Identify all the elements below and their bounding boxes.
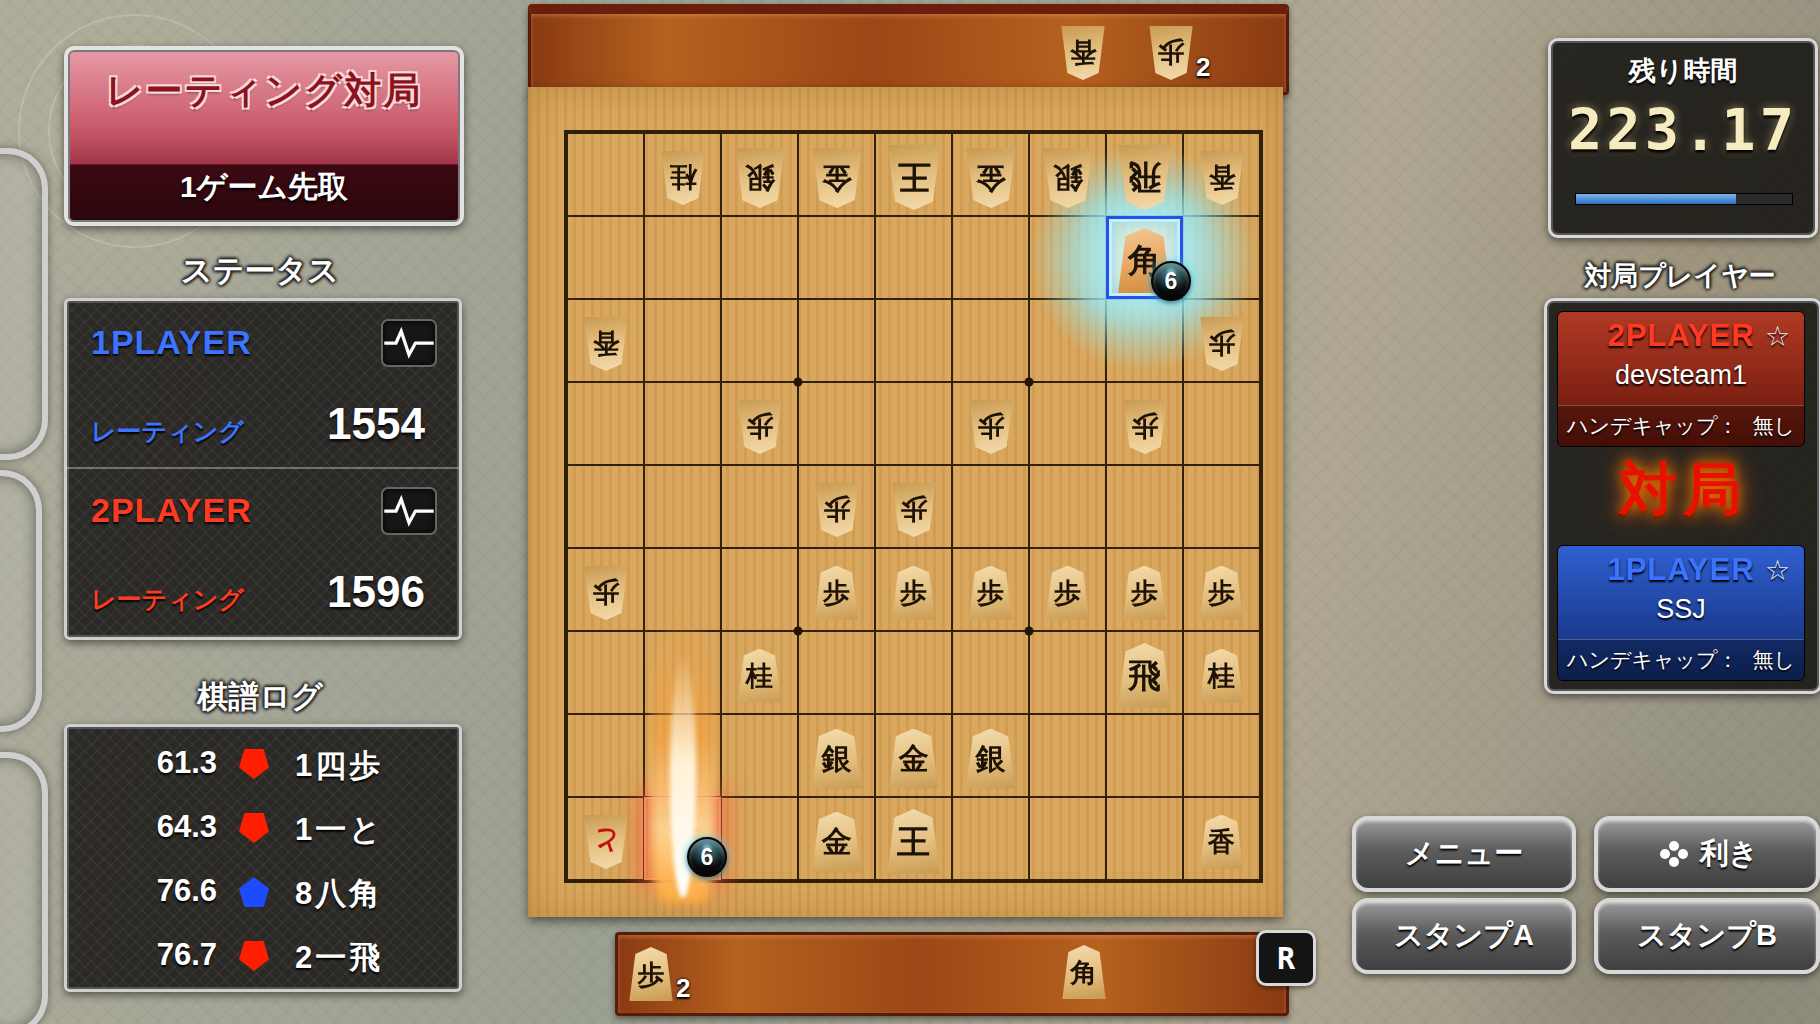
- handicap-label: ハンデキャップ：: [1567, 646, 1738, 674]
- square-76[interactable]: [721, 548, 798, 631]
- square-92[interactable]: [567, 216, 644, 299]
- star-icon: ☆: [1765, 554, 1790, 587]
- captured-count: 2: [676, 973, 690, 1004]
- gote-move-icon: [239, 941, 269, 971]
- kiki-count-badge: 6: [687, 837, 727, 877]
- player2-rating-row: レーティング 1596: [67, 553, 459, 635]
- versus-label: 対局: [1547, 451, 1819, 529]
- status-player2-row: 2PLAYER: [67, 469, 459, 553]
- square-29[interactable]: [1106, 797, 1183, 880]
- player1-handicap-row: ハンデキャップ： 無し: [1558, 639, 1804, 680]
- square-47[interactable]: [952, 631, 1029, 714]
- square-42[interactable]: [952, 216, 1029, 299]
- rating-label: レーティング: [91, 415, 244, 448]
- move-text: 1一と: [295, 809, 384, 851]
- square-39[interactable]: [1029, 797, 1106, 880]
- square-23[interactable]: [1106, 299, 1183, 382]
- move-text: 1四歩: [295, 745, 383, 787]
- controller-icon: [1656, 839, 1690, 869]
- time-progress-fill: [1576, 194, 1736, 204]
- square-72[interactable]: [721, 216, 798, 299]
- player2-card: 2PLAYER ☆ devsteam1 ハンデキャップ： 無し: [1557, 311, 1805, 447]
- square-14[interactable]: [1183, 382, 1260, 465]
- pulse-icon: [381, 319, 437, 367]
- captured-count: 2: [1196, 52, 1210, 83]
- kifu-log-entry[interactable]: 61.31四歩: [67, 735, 459, 791]
- square-97[interactable]: [567, 631, 644, 714]
- square-64[interactable]: [798, 382, 875, 465]
- square-37[interactable]: [1029, 631, 1106, 714]
- square-38[interactable]: [1029, 714, 1106, 797]
- captured-piece-角[interactable]: 角: [1061, 945, 1107, 999]
- stamp-b-label: スタンプB: [1637, 916, 1777, 956]
- player2-handicap-value: 無し: [1752, 412, 1795, 440]
- edge-frame-deco: [0, 148, 48, 460]
- square-34[interactable]: [1029, 382, 1106, 465]
- square-94[interactable]: [567, 382, 644, 465]
- square-25[interactable]: [1106, 465, 1183, 548]
- captured-piece-歩[interactable]: 歩: [628, 947, 674, 1001]
- square-28[interactable]: [1106, 714, 1183, 797]
- kifu-log-panel[interactable]: 61.31四歩64.31一と76.68八角76.72一飛: [64, 724, 462, 992]
- square-52[interactable]: [875, 216, 952, 299]
- player1-handicap-value: 無し: [1752, 646, 1795, 674]
- square-62[interactable]: [798, 216, 875, 299]
- menu-button-label: メニュー: [1405, 834, 1523, 874]
- kifu-log-heading: 棋譜ログ: [64, 676, 456, 718]
- r-button[interactable]: R: [1256, 930, 1316, 986]
- hoshi-dot: [1025, 378, 1034, 387]
- square-91[interactable]: [567, 133, 644, 216]
- player1-name: 1PLAYER: [91, 323, 252, 362]
- rating-label: レーティング: [91, 583, 244, 616]
- remaining-time-panel: 残り時間 223.17: [1548, 38, 1818, 238]
- square-87[interactable]: [644, 631, 721, 714]
- status-player1-row: 1PLAYER: [67, 301, 459, 385]
- player2-rating-value: 1596: [327, 567, 425, 617]
- menu-button[interactable]: メニュー: [1352, 816, 1576, 892]
- edge-frame-deco: [0, 752, 48, 1024]
- player2-username: devsteam1: [1558, 360, 1804, 391]
- stamp-a-button[interactable]: スタンプA: [1352, 898, 1576, 974]
- kiki-button[interactable]: 利き: [1594, 816, 1820, 892]
- kiki-button-label: 利き: [1700, 834, 1759, 874]
- move-time: 61.3: [67, 745, 217, 781]
- players-heading: 対局プレイヤー: [1548, 258, 1812, 294]
- player1-rating-value: 1554: [327, 399, 425, 449]
- match-type-title: レーティング対局: [68, 66, 460, 116]
- square-15[interactable]: [1183, 465, 1260, 548]
- move-text: 2一飛: [295, 937, 383, 979]
- kifu-log-entry[interactable]: 64.31一と: [67, 799, 459, 855]
- sente-move-icon: [239, 877, 269, 907]
- square-45[interactable]: [952, 465, 1029, 548]
- square-18[interactable]: [1183, 714, 1260, 797]
- gote-captured-tray[interactable]: 香歩2: [528, 4, 1289, 95]
- square-32[interactable]: [1029, 216, 1106, 299]
- square-88[interactable]: [644, 714, 721, 797]
- move-time: 76.7: [67, 937, 217, 973]
- pulse-icon: [381, 487, 437, 535]
- square-67[interactable]: [798, 631, 875, 714]
- remaining-time-label: 残り時間: [1551, 53, 1815, 89]
- player2-handicap-row: ハンデキャップ： 無し: [1558, 405, 1804, 446]
- square-53[interactable]: [875, 299, 952, 382]
- remaining-time-value: 223.17: [1551, 97, 1815, 163]
- game-screen: レーティング対局 1ゲーム先取 ステータス 1PLAYER レーティング 155…: [0, 0, 1820, 1024]
- hoshi-dot: [1025, 627, 1034, 636]
- square-79[interactable]: [721, 797, 798, 880]
- match-rule-label: 1ゲーム先取: [68, 167, 460, 208]
- player2-name: 2PLAYER: [91, 491, 252, 530]
- square-63[interactable]: [798, 299, 875, 382]
- square-43[interactable]: [952, 299, 1029, 382]
- sente-captured-tray[interactable]: 歩2角: [615, 932, 1289, 1016]
- square-49[interactable]: [952, 797, 1029, 880]
- square-98[interactable]: [567, 714, 644, 797]
- move-text: 8八角: [295, 873, 383, 915]
- status-heading: ステータス: [64, 250, 456, 292]
- stamp-b-button[interactable]: スタンプB: [1594, 898, 1820, 974]
- square-82[interactable]: [644, 216, 721, 299]
- board-grid[interactable]: 桂銀金王金銀飛香角香歩歩歩歩歩歩歩歩歩歩歩歩歩桂飛桂銀金銀と圭金王香66: [564, 130, 1263, 883]
- players-panel: 2PLAYER ☆ devsteam1 ハンデキャップ： 無し 対局 1PLAY…: [1544, 298, 1820, 694]
- square-78[interactable]: [721, 714, 798, 797]
- square-86[interactable]: [644, 548, 721, 631]
- player1-username: SSJ: [1558, 594, 1804, 625]
- hoshi-dot: [794, 378, 803, 387]
- handicap-label: ハンデキャップ：: [1567, 412, 1738, 440]
- square-54[interactable]: [875, 382, 952, 465]
- square-84[interactable]: [644, 382, 721, 465]
- time-progress-bar: [1575, 193, 1793, 205]
- kiki-count-badge: 6: [1151, 261, 1191, 301]
- kifu-log-entry[interactable]: 76.72一飛: [67, 927, 459, 983]
- hoshi-dot: [794, 627, 803, 636]
- square-33[interactable]: [1029, 299, 1106, 382]
- square-85[interactable]: [644, 465, 721, 548]
- square-12[interactable]: [1183, 216, 1260, 299]
- stamp-a-label: スタンプA: [1394, 916, 1534, 956]
- edge-frame-deco: [0, 470, 42, 732]
- star-icon: ☆: [1765, 320, 1790, 353]
- match-type-panel: レーティング対局 1ゲーム先取: [64, 46, 464, 226]
- move-time: 64.3: [67, 809, 217, 845]
- gote-move-icon: [239, 749, 269, 779]
- move-time: 76.6: [67, 873, 217, 909]
- player1-card: 1PLAYER ☆ SSJ ハンデキャップ： 無し: [1557, 545, 1805, 681]
- square-57[interactable]: [875, 631, 952, 714]
- captured-piece-歩[interactable]: 歩: [1148, 26, 1194, 80]
- shogi-board[interactable]: 桂銀金王金銀飛香角香歩歩歩歩歩歩歩歩歩歩歩歩歩桂飛桂銀金銀と圭金王香66: [528, 87, 1283, 917]
- square-83[interactable]: [644, 299, 721, 382]
- player1-rating-row: レーティング 1554: [67, 385, 459, 469]
- kifu-log-entry[interactable]: 76.68八角: [67, 863, 459, 919]
- square-75[interactable]: [721, 465, 798, 548]
- square-35[interactable]: [1029, 465, 1106, 548]
- gote-move-icon: [239, 813, 269, 843]
- square-95[interactable]: [567, 465, 644, 548]
- captured-piece-香[interactable]: 香: [1060, 26, 1106, 80]
- status-panel: 1PLAYER レーティング 1554 2PLAYER レーティング 1596: [64, 298, 462, 640]
- square-73[interactable]: [721, 299, 798, 382]
